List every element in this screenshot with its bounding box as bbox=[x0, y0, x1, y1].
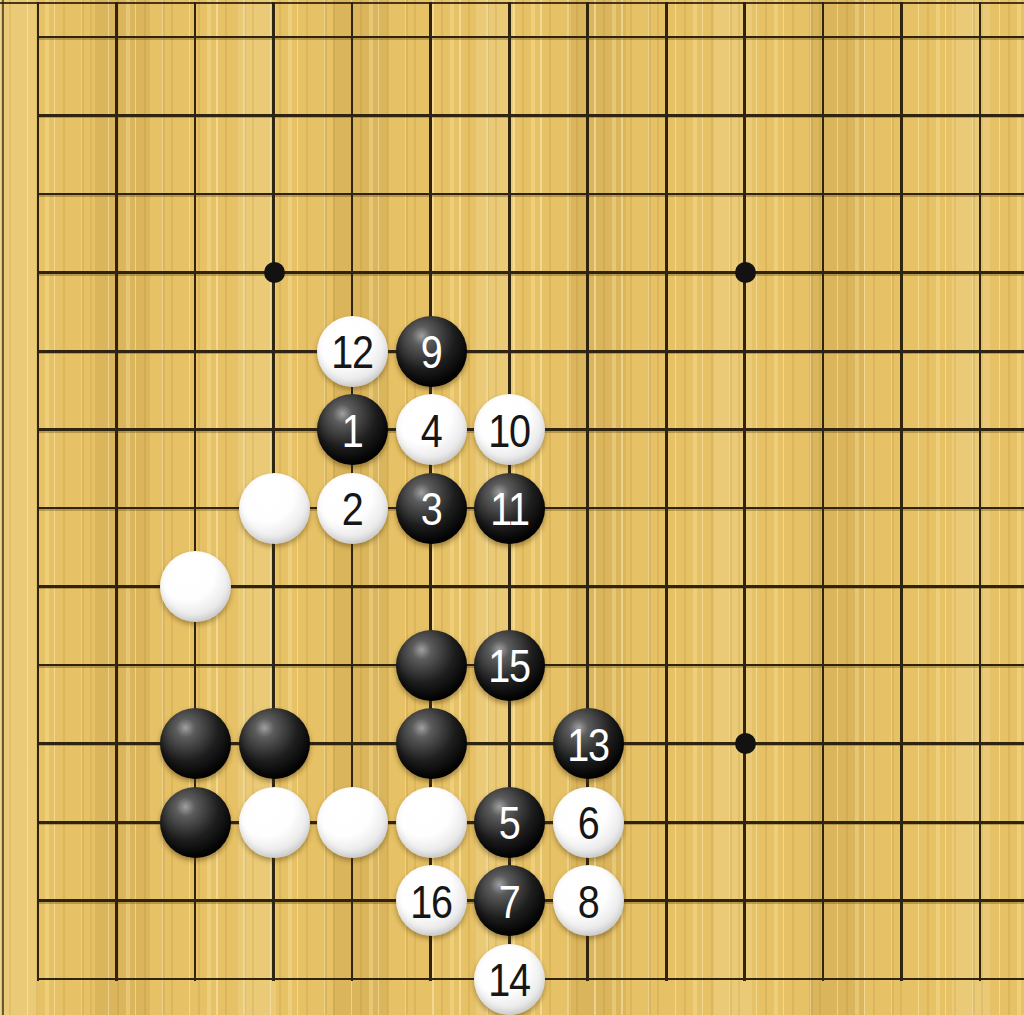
go-board[interactable]: 12914102311151356167814 bbox=[0, 0, 1020, 1015]
stone-black-move-13[interactable]: 13 bbox=[553, 708, 624, 779]
stone-white-move-14[interactable]: 14 bbox=[474, 944, 545, 1015]
stone-black-move-3[interactable]: 3 bbox=[396, 473, 467, 544]
go-app-screenshot: 12914102311151356167814 bbox=[0, 0, 1024, 1015]
stone-number: 5 bbox=[499, 800, 520, 846]
stone-black-c3r10[interactable] bbox=[160, 708, 231, 779]
stone-black-move-9[interactable]: 9 bbox=[396, 316, 467, 387]
stone-white-move-6[interactable]: 6 bbox=[553, 787, 624, 858]
stone-number: 12 bbox=[332, 329, 373, 375]
stone-white-c4r7[interactable] bbox=[239, 473, 310, 544]
stone-number: 13 bbox=[567, 722, 608, 768]
stone-white-c4r11[interactable] bbox=[239, 787, 310, 858]
stone-number: 11 bbox=[490, 486, 528, 532]
stone-number: 16 bbox=[410, 879, 451, 925]
stone-white-c5r11[interactable] bbox=[317, 787, 388, 858]
stone-white-move-16[interactable]: 16 bbox=[396, 865, 467, 936]
stone-white-move-4[interactable]: 4 bbox=[396, 394, 467, 465]
stone-black-move-11[interactable]: 11 bbox=[474, 473, 545, 544]
stone-black-c6r9[interactable] bbox=[396, 630, 467, 701]
star-point bbox=[735, 733, 756, 754]
stone-white-move-12[interactable]: 12 bbox=[317, 316, 388, 387]
stone-black-move-15[interactable]: 15 bbox=[474, 630, 545, 701]
stone-number: 14 bbox=[489, 957, 530, 1003]
stone-black-move-5[interactable]: 5 bbox=[474, 787, 545, 858]
stone-black-c3r11[interactable] bbox=[160, 787, 231, 858]
star-point bbox=[264, 262, 285, 283]
stone-black-move-7[interactable]: 7 bbox=[474, 865, 545, 936]
stone-white-c6r11[interactable] bbox=[396, 787, 467, 858]
stone-number: 8 bbox=[578, 879, 599, 925]
stone-number: 10 bbox=[489, 408, 530, 454]
stone-black-c6r10[interactable] bbox=[396, 708, 467, 779]
stone-white-move-10[interactable]: 10 bbox=[474, 394, 545, 465]
stone-number: 7 bbox=[499, 879, 520, 925]
stone-black-move-1[interactable]: 1 bbox=[317, 394, 388, 465]
stone-white-move-2[interactable]: 2 bbox=[317, 473, 388, 544]
stone-number: 3 bbox=[421, 486, 442, 532]
stone-white-move-8[interactable]: 8 bbox=[553, 865, 624, 936]
stone-white-c3r8[interactable] bbox=[160, 551, 231, 622]
star-point bbox=[735, 262, 756, 283]
stone-number: 4 bbox=[421, 408, 442, 454]
stone-number: 15 bbox=[489, 643, 530, 689]
stone-number: 1 bbox=[342, 408, 363, 454]
stone-number: 6 bbox=[578, 800, 599, 846]
stone-black-c4r10[interactable] bbox=[239, 708, 310, 779]
stone-number: 9 bbox=[421, 329, 442, 375]
stone-number: 2 bbox=[342, 486, 363, 532]
